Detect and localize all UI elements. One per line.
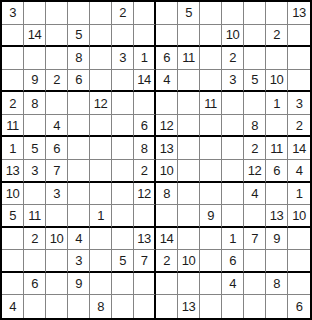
cell-r1c3[interactable] <box>46 2 68 25</box>
cell-r6c9[interactable] <box>178 115 200 138</box>
cell-r5c3[interactable] <box>46 92 68 115</box>
cell-r11c3[interactable]: 10 <box>46 228 68 251</box>
cell-r12c8[interactable]: 2 <box>156 250 178 273</box>
cell-r9c9[interactable] <box>178 183 200 206</box>
given-digit: 2 <box>9 97 16 110</box>
cell-r7c13[interactable]: 11 <box>266 137 288 160</box>
given-digit: 1 <box>273 97 280 110</box>
cell-r10c13[interactable]: 13 <box>266 205 288 228</box>
cell-r7c4[interactable] <box>68 137 90 160</box>
cell-r14c14[interactable]: 6 <box>288 295 310 318</box>
cell-r14c1[interactable]: 4 <box>2 295 24 318</box>
cell-r8c10[interactable] <box>200 160 222 183</box>
cell-r3c7[interactable]: 1 <box>134 47 156 70</box>
cell-r12c3[interactable] <box>46 250 68 273</box>
cell-r2c1[interactable] <box>2 25 24 48</box>
given-digit: 2 <box>141 164 148 177</box>
cell-r2c9[interactable] <box>178 25 200 48</box>
cell-r5c7[interactable] <box>134 92 156 115</box>
cell-r13c11[interactable]: 4 <box>222 273 244 296</box>
cell-r12c5[interactable] <box>90 250 112 273</box>
cell-r7c6[interactable] <box>112 137 134 160</box>
cell-r14c7[interactable] <box>134 295 156 318</box>
given-digit: 10 <box>292 209 305 222</box>
given-digit: 12 <box>137 187 150 200</box>
cell-r7c12[interactable]: 2 <box>244 137 266 160</box>
given-digit: 14 <box>292 142 305 155</box>
cell-r10c12[interactable] <box>244 205 266 228</box>
cell-r13c13[interactable]: 8 <box>266 273 288 296</box>
cell-r6c2[interactable] <box>24 115 46 138</box>
given-digit: 14 <box>137 73 150 86</box>
cell-r13c1[interactable] <box>2 273 24 296</box>
given-digit: 3 <box>296 97 303 110</box>
cell-r13c6[interactable] <box>112 273 134 296</box>
cell-r1c12[interactable] <box>244 2 266 25</box>
given-digit: 10 <box>182 254 195 267</box>
cell-r9c12[interactable]: 4 <box>244 183 266 206</box>
cell-r14c2[interactable] <box>24 295 46 318</box>
cell-r7c5[interactable] <box>90 137 112 160</box>
given-digit: 1 <box>9 142 16 155</box>
cell-r4c5[interactable] <box>90 70 112 93</box>
given-digit: 4 <box>53 119 60 132</box>
given-digit: 9 <box>31 73 38 86</box>
cell-r12c6[interactable]: 5 <box>112 250 134 273</box>
cell-r4c2[interactable]: 9 <box>24 70 46 93</box>
cell-r7c14[interactable]: 14 <box>288 137 310 160</box>
cell-r9c8[interactable]: 8 <box>156 183 178 206</box>
given-digit: 10 <box>226 28 239 41</box>
cell-r8c1[interactable]: 13 <box>2 160 24 183</box>
cell-r13c4[interactable]: 9 <box>68 273 90 296</box>
given-digit: 1 <box>141 51 148 64</box>
cell-r7c11[interactable] <box>222 137 244 160</box>
cell-r3c14[interactable] <box>288 47 310 70</box>
cell-r9c2[interactable] <box>24 183 46 206</box>
given-digit: 8 <box>75 51 82 64</box>
cell-r1c9[interactable]: 5 <box>178 2 200 25</box>
cell-r3c4[interactable]: 8 <box>68 47 90 70</box>
given-digit: 11 <box>6 119 19 132</box>
cell-r10c4[interactable] <box>68 205 90 228</box>
cell-r13c7[interactable] <box>134 273 156 296</box>
cell-r12c12[interactable] <box>244 250 266 273</box>
given-digit: 5 <box>75 28 82 41</box>
given-digit: 13 <box>182 300 195 313</box>
cell-r10c7[interactable] <box>134 205 156 228</box>
cell-r3c1[interactable] <box>2 47 24 70</box>
cell-r4c9[interactable] <box>178 70 200 93</box>
given-digit: 13 <box>292 6 305 19</box>
cell-r11c5[interactable] <box>90 228 112 251</box>
cell-r12c14[interactable] <box>288 250 310 273</box>
given-digit: 12 <box>94 97 107 110</box>
cell-r5c14[interactable]: 3 <box>288 92 310 115</box>
cell-r11c1[interactable] <box>2 228 24 251</box>
cell-r4c3[interactable]: 2 <box>46 70 68 93</box>
given-digit: 11 <box>270 142 283 155</box>
cell-r6c11[interactable] <box>222 115 244 138</box>
given-digit: 6 <box>229 254 236 267</box>
given-digit: 3 <box>31 164 38 177</box>
cell-r8c8[interactable]: 10 <box>156 160 178 183</box>
cell-r5c2[interactable]: 8 <box>24 92 46 115</box>
cell-r8c9[interactable] <box>178 160 200 183</box>
given-digit: 4 <box>75 232 82 245</box>
cell-r3c9[interactable]: 11 <box>178 47 200 70</box>
cell-r9c11[interactable] <box>222 183 244 206</box>
given-digit: 2 <box>31 232 38 245</box>
cell-r2c13[interactable]: 2 <box>266 25 288 48</box>
cell-r8c6[interactable] <box>112 160 134 183</box>
cell-r4c13[interactable]: 10 <box>266 70 288 93</box>
cell-r8c12[interactable]: 12 <box>244 160 266 183</box>
cell-r13c9[interactable] <box>178 273 200 296</box>
cell-r10c11[interactable] <box>222 205 244 228</box>
cell-r9c14[interactable]: 1 <box>288 183 310 206</box>
given-digit: 12 <box>248 164 261 177</box>
given-digit: 2 <box>53 73 60 86</box>
cell-r10c2[interactable]: 11 <box>24 205 46 228</box>
cell-r9c3[interactable]: 3 <box>46 183 68 206</box>
cell-r13c12[interactable] <box>244 273 266 296</box>
cell-r8c11[interactable] <box>222 160 244 183</box>
cell-r4c12[interactable]: 5 <box>244 70 266 93</box>
cell-r2c5[interactable] <box>90 25 112 48</box>
given-digit: 8 <box>97 300 104 313</box>
cell-r4c11[interactable]: 3 <box>222 70 244 93</box>
given-digit: 4 <box>163 73 170 86</box>
cell-r14c6[interactable] <box>112 295 134 318</box>
cell-r6c5[interactable] <box>90 115 112 138</box>
cell-r9c6[interactable] <box>112 183 134 206</box>
given-digit: 7 <box>251 232 258 245</box>
cell-r11c4[interactable]: 4 <box>68 228 90 251</box>
cell-r10c14[interactable]: 10 <box>288 205 310 228</box>
given-digit: 5 <box>119 254 126 267</box>
cell-r14c3[interactable] <box>46 295 68 318</box>
cell-r7c10[interactable] <box>200 137 222 160</box>
cell-r11c2[interactable]: 2 <box>24 228 46 251</box>
cell-r12c2[interactable] <box>24 250 46 273</box>
cell-r11c14[interactable] <box>288 228 310 251</box>
cell-r5c11[interactable] <box>222 92 244 115</box>
cell-r3c3[interactable] <box>46 47 68 70</box>
given-digit: 4 <box>229 277 236 290</box>
given-digit: 13 <box>137 232 150 245</box>
cell-r5c1[interactable]: 2 <box>2 92 24 115</box>
given-digit: 8 <box>31 97 38 110</box>
given-digit: 6 <box>296 300 303 313</box>
cell-r12c9[interactable]: 10 <box>178 250 200 273</box>
cell-r5c8[interactable] <box>156 92 178 115</box>
cell-r3c2[interactable] <box>24 47 46 70</box>
cell-r8c4[interactable] <box>68 160 90 183</box>
cell-r2c10[interactable] <box>200 25 222 48</box>
cell-r11c6[interactable] <box>112 228 134 251</box>
cell-r3c13[interactable] <box>266 47 288 70</box>
cell-r2c14[interactable] <box>288 25 310 48</box>
cell-r4c6[interactable] <box>112 70 134 93</box>
cell-r1c13[interactable] <box>266 2 288 25</box>
cell-r4c7[interactable]: 14 <box>134 70 156 93</box>
cell-r9c4[interactable] <box>68 183 90 206</box>
given-digit: 2 <box>163 254 170 267</box>
cell-r3c5[interactable] <box>90 47 112 70</box>
cell-r6c6[interactable] <box>112 115 134 138</box>
given-digit: 4 <box>296 164 303 177</box>
cell-r7c9[interactable] <box>178 137 200 160</box>
cell-r8c13[interactable]: 6 <box>266 160 288 183</box>
cell-r10c10[interactable]: 9 <box>200 205 222 228</box>
given-digit: 10 <box>270 73 283 86</box>
cell-r5c12[interactable] <box>244 92 266 115</box>
cell-r13c14[interactable] <box>288 273 310 296</box>
cell-r1c4[interactable] <box>68 2 90 25</box>
cell-r4c1[interactable] <box>2 70 24 93</box>
given-digit: 7 <box>141 254 148 267</box>
cell-r4c4[interactable]: 6 <box>68 70 90 93</box>
cell-r9c10[interactable] <box>200 183 222 206</box>
cell-r14c4[interactable] <box>68 295 90 318</box>
given-digit: 6 <box>163 51 170 64</box>
given-digit: 5 <box>31 142 38 155</box>
given-digit: 9 <box>273 232 280 245</box>
cell-r1c5[interactable] <box>90 2 112 25</box>
cell-r7c3[interactable]: 6 <box>46 137 68 160</box>
given-digit: 5 <box>185 6 192 19</box>
given-digit: 6 <box>31 277 38 290</box>
cell-r10c1[interactable]: 5 <box>2 205 24 228</box>
cell-r1c10[interactable] <box>200 2 222 25</box>
cell-r5c5[interactable]: 12 <box>90 92 112 115</box>
cell-r12c11[interactable]: 6 <box>222 250 244 273</box>
cell-r11c12[interactable]: 7 <box>244 228 266 251</box>
cell-r11c13[interactable]: 9 <box>266 228 288 251</box>
given-digit: 8 <box>251 119 258 132</box>
cell-r6c10[interactable] <box>200 115 222 138</box>
cell-r7c1[interactable]: 1 <box>2 137 24 160</box>
cell-r13c10[interactable] <box>200 273 222 296</box>
given-digit: 5 <box>251 73 258 86</box>
given-digit: 7 <box>53 164 60 177</box>
cell-r11c10[interactable] <box>200 228 222 251</box>
given-digit: 3 <box>9 6 16 19</box>
cell-r12c4[interactable]: 3 <box>68 250 90 273</box>
given-digit: 8 <box>163 187 170 200</box>
cell-r14c9[interactable]: 13 <box>178 295 200 318</box>
given-digit: 2 <box>251 142 258 155</box>
given-digit: 13 <box>160 142 173 155</box>
given-digit: 2 <box>296 119 303 132</box>
cell-r13c3[interactable] <box>46 273 68 296</box>
cell-r12c7[interactable]: 7 <box>134 250 156 273</box>
cell-r1c11[interactable] <box>222 2 244 25</box>
cell-r2c2[interactable]: 14 <box>24 25 46 48</box>
given-digit: 3 <box>75 254 82 267</box>
given-digit: 4 <box>251 187 258 200</box>
cell-r1c14[interactable]: 13 <box>288 2 310 25</box>
given-digit: 11 <box>28 209 41 222</box>
cell-r11c7[interactable]: 13 <box>134 228 156 251</box>
cell-r5c6[interactable] <box>112 92 134 115</box>
cell-r5c13[interactable]: 1 <box>266 92 288 115</box>
given-digit: 6 <box>75 73 82 86</box>
cell-r6c7[interactable]: 6 <box>134 115 156 138</box>
given-digit: 2 <box>273 28 280 41</box>
given-digit: 2 <box>119 6 126 19</box>
cell-r8c3[interactable]: 7 <box>46 160 68 183</box>
cell-r1c2[interactable] <box>24 2 46 25</box>
given-digit: 2 <box>229 51 236 64</box>
given-digit: 4 <box>9 300 16 313</box>
cell-r8c14[interactable]: 4 <box>288 160 310 183</box>
given-digit: 14 <box>160 232 173 245</box>
cell-r3c10[interactable] <box>200 47 222 70</box>
cell-r8c2[interactable]: 3 <box>24 160 46 183</box>
given-digit: 6 <box>273 164 280 177</box>
cell-r6c12[interactable]: 8 <box>244 115 266 138</box>
given-digit: 10 <box>160 164 173 177</box>
cell-r12c13[interactable] <box>266 250 288 273</box>
given-digit: 13 <box>6 164 19 177</box>
cell-r14c12[interactable] <box>244 295 266 318</box>
cell-r2c3[interactable] <box>46 25 68 48</box>
cell-r5c10[interactable]: 11 <box>200 92 222 115</box>
cell-r4c14[interactable] <box>288 70 310 93</box>
given-digit: 11 <box>204 97 217 110</box>
given-digit: 1 <box>97 209 104 222</box>
cell-r6c1[interactable]: 11 <box>2 115 24 138</box>
cell-r3c8[interactable]: 6 <box>156 47 178 70</box>
cell-r1c6[interactable]: 2 <box>112 2 134 25</box>
cell-r7c8[interactable]: 13 <box>156 137 178 160</box>
cell-r2c11[interactable]: 10 <box>222 25 244 48</box>
cell-r1c7[interactable] <box>134 2 156 25</box>
given-digit: 1 <box>296 187 303 200</box>
given-digit: 10 <box>6 187 19 200</box>
cell-r11c8[interactable]: 14 <box>156 228 178 251</box>
cell-r7c2[interactable]: 5 <box>24 137 46 160</box>
given-digit: 11 <box>182 51 195 64</box>
given-digit: 8 <box>273 277 280 290</box>
given-digit: 1 <box>229 232 236 245</box>
cell-r1c1[interactable]: 3 <box>2 2 24 25</box>
given-digit: 8 <box>141 142 148 155</box>
cell-r14c11[interactable] <box>222 295 244 318</box>
cell-r3c12[interactable] <box>244 47 266 70</box>
cell-r11c9[interactable] <box>178 228 200 251</box>
cell-r2c4[interactable]: 5 <box>68 25 90 48</box>
cell-r13c8[interactable] <box>156 273 178 296</box>
cell-r14c8[interactable] <box>156 295 178 318</box>
sudoku-board: 3251314510283161129261443510281211131146… <box>0 0 312 320</box>
cell-r8c5[interactable] <box>90 160 112 183</box>
given-digit: 10 <box>50 232 63 245</box>
given-digit: 6 <box>53 142 60 155</box>
given-digit: 3 <box>53 187 60 200</box>
cell-r9c13[interactable] <box>266 183 288 206</box>
given-digit: 14 <box>28 28 41 41</box>
given-digit: 13 <box>270 209 283 222</box>
cell-r13c5[interactable] <box>90 273 112 296</box>
cell-r10c6[interactable] <box>112 205 134 228</box>
cell-r5c4[interactable] <box>68 92 90 115</box>
cell-r4c8[interactable]: 4 <box>156 70 178 93</box>
cell-r14c5[interactable]: 8 <box>90 295 112 318</box>
cell-r6c3[interactable]: 4 <box>46 115 68 138</box>
cell-r6c4[interactable] <box>68 115 90 138</box>
cell-r10c3[interactable] <box>46 205 68 228</box>
given-digit: 9 <box>75 277 82 290</box>
cell-r2c6[interactable] <box>112 25 134 48</box>
given-digit: 3 <box>119 51 126 64</box>
cell-r6c14[interactable]: 2 <box>288 115 310 138</box>
given-digit: 12 <box>160 119 173 132</box>
cell-r8c7[interactable]: 2 <box>134 160 156 183</box>
cell-r12c1[interactable] <box>2 250 24 273</box>
given-digit: 3 <box>229 73 236 86</box>
cell-r7c7[interactable]: 8 <box>134 137 156 160</box>
cell-r12c10[interactable] <box>200 250 222 273</box>
cell-r9c1[interactable]: 10 <box>2 183 24 206</box>
cell-r3c6[interactable]: 3 <box>112 47 134 70</box>
cell-r10c5[interactable]: 1 <box>90 205 112 228</box>
cell-r14c10[interactable] <box>200 295 222 318</box>
given-digit: 9 <box>207 209 214 222</box>
cell-r13c2[interactable]: 6 <box>24 273 46 296</box>
cell-r2c8[interactable] <box>156 25 178 48</box>
cell-r10c9[interactable] <box>178 205 200 228</box>
cell-r3c11[interactable]: 2 <box>222 47 244 70</box>
cell-r4c10[interactable] <box>200 70 222 93</box>
cell-r2c7[interactable] <box>134 25 156 48</box>
cell-r1c8[interactable] <box>156 2 178 25</box>
cell-r10c8[interactable] <box>156 205 178 228</box>
cell-r6c13[interactable] <box>266 115 288 138</box>
cell-r9c7[interactable]: 12 <box>134 183 156 206</box>
given-digit: 5 <box>9 209 16 222</box>
cell-r9c5[interactable] <box>90 183 112 206</box>
cell-r5c9[interactable] <box>178 92 200 115</box>
cell-r2c12[interactable] <box>244 25 266 48</box>
cell-r6c8[interactable]: 12 <box>156 115 178 138</box>
cell-r14c13[interactable] <box>266 295 288 318</box>
cell-r11c11[interactable]: 1 <box>222 228 244 251</box>
given-digit: 6 <box>141 119 148 132</box>
